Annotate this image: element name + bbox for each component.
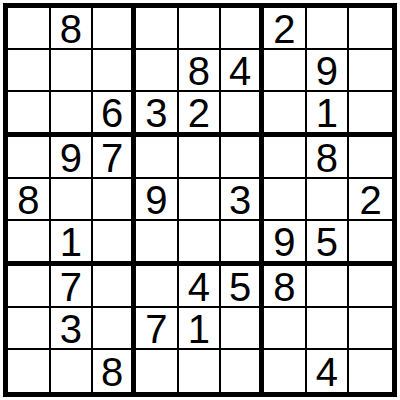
cell-r2c1[interactable]: [8, 50, 51, 92]
cell-r7c3[interactable]: [93, 266, 136, 308]
given-digit: 1: [188, 309, 210, 349]
cell-r4c9[interactable]: [349, 137, 392, 179]
cell-r1c9[interactable]: [349, 8, 392, 50]
given-digit: 9: [273, 222, 295, 262]
given-digit: 5: [229, 267, 251, 307]
cell-r7c6[interactable]: 5: [221, 266, 264, 308]
cell-r5c7[interactable]: [264, 179, 307, 221]
cell-r9c4[interactable]: [136, 350, 179, 392]
cell-r5c6[interactable]: 3: [221, 179, 264, 221]
cell-r1c4[interactable]: [136, 8, 179, 50]
given-digit: 2: [188, 93, 210, 133]
cell-r4c3[interactable]: 7: [93, 137, 136, 179]
cell-r6c2[interactable]: 1: [51, 221, 94, 266]
cell-r5c3[interactable]: [93, 179, 136, 221]
cell-r9c3[interactable]: 8: [93, 350, 136, 392]
cell-r9c8[interactable]: 4: [307, 350, 350, 392]
cell-r8c7[interactable]: [264, 308, 307, 350]
given-digit: 4: [316, 352, 338, 392]
cell-r4c1[interactable]: [8, 137, 51, 179]
cell-r2c7[interactable]: [264, 50, 307, 92]
given-digit: 8: [60, 9, 82, 49]
cell-r4c4[interactable]: [136, 137, 179, 179]
given-digit: 7: [60, 267, 82, 307]
cell-r4c7[interactable]: [264, 137, 307, 179]
cell-r1c3[interactable]: [93, 8, 136, 50]
cell-r3c8[interactable]: 1: [307, 92, 350, 137]
cell-r9c2[interactable]: [51, 350, 94, 392]
given-digit: 7: [145, 309, 167, 349]
cell-r1c6[interactable]: [221, 8, 264, 50]
cell-r7c8[interactable]: [307, 266, 350, 308]
cell-r2c3[interactable]: [93, 50, 136, 92]
given-digit: 2: [273, 9, 295, 49]
cell-r8c2[interactable]: 3: [51, 308, 94, 350]
cell-r2c2[interactable]: [51, 50, 94, 92]
cell-r3c4[interactable]: 3: [136, 92, 179, 137]
cell-r7c4[interactable]: [136, 266, 179, 308]
cell-r8c6[interactable]: [221, 308, 264, 350]
cell-r3c3[interactable]: 6: [93, 92, 136, 137]
cell-r9c1[interactable]: [8, 350, 51, 392]
cell-r5c9[interactable]: 2: [349, 179, 392, 221]
given-digit: 8: [188, 51, 210, 91]
cell-r3c6[interactable]: [221, 92, 264, 137]
cell-r9c5[interactable]: [179, 350, 222, 392]
cell-r5c1[interactable]: 8: [8, 179, 51, 221]
cell-r7c9[interactable]: [349, 266, 392, 308]
given-digit: 1: [316, 93, 338, 133]
cell-r9c7[interactable]: [264, 350, 307, 392]
given-digit: 3: [60, 309, 82, 349]
cell-r9c6[interactable]: [221, 350, 264, 392]
cell-r7c7[interactable]: 8: [264, 266, 307, 308]
sudoku-board: 8284963219788932195745837184: [3, 3, 397, 397]
cell-r5c2[interactable]: [51, 179, 94, 221]
given-digit: 9: [60, 138, 82, 178]
cell-r4c6[interactable]: [221, 137, 264, 179]
cell-r3c1[interactable]: [8, 92, 51, 137]
cell-r1c1[interactable]: [8, 8, 51, 50]
given-digit: 3: [229, 180, 251, 220]
cell-r7c5[interactable]: 4: [179, 266, 222, 308]
given-digit: 1: [60, 222, 82, 262]
cell-r2c6[interactable]: 4: [221, 50, 264, 92]
given-digit: 8: [101, 352, 123, 392]
cell-r1c8[interactable]: [307, 8, 350, 50]
cell-r8c9[interactable]: [349, 308, 392, 350]
cell-r4c5[interactable]: [179, 137, 222, 179]
cell-r4c2[interactable]: 9: [51, 137, 94, 179]
cell-r6c7[interactable]: 9: [264, 221, 307, 266]
given-digit: 5: [316, 222, 338, 262]
cell-r4c8[interactable]: 8: [307, 137, 350, 179]
cell-r1c7[interactable]: 2: [264, 8, 307, 50]
cell-r6c4[interactable]: [136, 221, 179, 266]
cell-r6c9[interactable]: [349, 221, 392, 266]
cell-r1c2[interactable]: 8: [51, 8, 94, 50]
given-digit: 9: [316, 51, 338, 91]
cell-r3c9[interactable]: [349, 92, 392, 137]
cell-r3c5[interactable]: 2: [179, 92, 222, 137]
given-digit: 7: [101, 138, 123, 178]
given-digit: 6: [101, 93, 123, 133]
given-digit: 4: [188, 267, 210, 307]
cell-r8c4[interactable]: 7: [136, 308, 179, 350]
cell-r5c8[interactable]: [307, 179, 350, 221]
cell-r6c5[interactable]: [179, 221, 222, 266]
cell-r7c2[interactable]: 7: [51, 266, 94, 308]
cell-r8c3[interactable]: [93, 308, 136, 350]
given-digit: 8: [316, 138, 338, 178]
cell-r6c1[interactable]: [8, 221, 51, 266]
cell-r7c1[interactable]: [8, 266, 51, 308]
cell-r1c5[interactable]: [179, 8, 222, 50]
cell-r2c9[interactable]: [349, 50, 392, 92]
cell-r6c3[interactable]: [93, 221, 136, 266]
cell-r2c5[interactable]: 8: [179, 50, 222, 92]
cell-r3c7[interactable]: [264, 92, 307, 137]
cell-r9c9[interactable]: [349, 350, 392, 392]
cell-r8c1[interactable]: [8, 308, 51, 350]
cell-r8c8[interactable]: [307, 308, 350, 350]
cell-r2c8[interactable]: 9: [307, 50, 350, 92]
cell-r6c8[interactable]: 5: [307, 221, 350, 266]
cell-r5c5[interactable]: [179, 179, 222, 221]
cell-r8c5[interactable]: 1: [179, 308, 222, 350]
given-digit: 4: [229, 51, 251, 91]
cell-r5c4[interactable]: 9: [136, 179, 179, 221]
given-digit: 8: [273, 267, 295, 307]
given-digit: 8: [17, 180, 39, 220]
cell-r2c4[interactable]: [136, 50, 179, 92]
cell-r6c6[interactable]: [221, 221, 264, 266]
given-digit: 9: [145, 180, 167, 220]
given-digit: 3: [145, 93, 167, 133]
sudoku-page: 8284963219788932195745837184: [0, 0, 400, 400]
given-digit: 2: [360, 180, 382, 220]
cell-r3c2[interactable]: [51, 92, 94, 137]
